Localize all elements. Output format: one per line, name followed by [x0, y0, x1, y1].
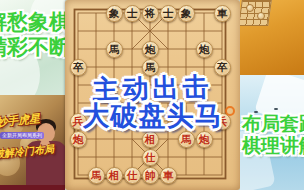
- piece-black-卒: 卒: [70, 59, 87, 76]
- piece-red-兵: 兵: [70, 113, 87, 130]
- piece-black-馬: 馬: [106, 41, 123, 58]
- mini-piece: [246, 4, 254, 12]
- footer-line2: 棋理讲解: [242, 133, 304, 159]
- piece-black-炮: 炮: [142, 41, 159, 58]
- piece-black-炮: 炮: [196, 41, 213, 58]
- caption-band: 全新开局布局系列: [0, 132, 44, 139]
- piece-red-帥: 帥: [142, 167, 159, 184]
- piece-red-炮: 炮: [196, 131, 213, 148]
- piece-black-車: 車: [214, 5, 231, 22]
- river-label-right: 漢界: [182, 89, 210, 103]
- piece-black-士: 士: [124, 5, 141, 22]
- piece-black-馬: 馬: [142, 59, 159, 76]
- piece-black-将: 将: [142, 5, 159, 22]
- piece-red-仕: 仕: [142, 149, 159, 166]
- piece-red-相: 相: [142, 131, 159, 148]
- mini-piece: [257, 12, 265, 20]
- panel-top-left: 解愁象棋 精彩不断: [0, 0, 65, 95]
- bird: [274, 108, 278, 110]
- caption-title: 妙手虎星: [0, 111, 41, 130]
- panel-bottom-right: 布局套路 棋理讲解: [240, 75, 304, 190]
- channel-title-line1: 解愁象棋: [0, 8, 65, 36]
- panel-top-right: 中国 大破各种象棋飞刀 象棋飞刀 开局陷阱大升级: [240, 0, 304, 75]
- piece-red-相: 相: [106, 167, 123, 184]
- bottom-strip: [0, 185, 65, 190]
- piece-black-卒: 卒: [214, 59, 231, 76]
- mini-chessboard: [240, 0, 272, 26]
- piece-black-象: 象: [178, 5, 195, 22]
- last-move-marker: [225, 106, 235, 116]
- piece-black-士: 士: [160, 5, 177, 22]
- piece-black-象: 象: [106, 5, 123, 22]
- panel-bottom-left: 妙手虎星 全新开局布局系列 破解冷门布局: [0, 95, 65, 190]
- piece-red-馬: 馬: [178, 131, 195, 148]
- piece-red-馬: 馬: [88, 167, 105, 184]
- river-label: 楚河 漢界: [65, 89, 240, 103]
- river-label-left: 楚河: [95, 89, 123, 103]
- piece-red-炮: 炮: [70, 131, 87, 148]
- video-thumbnail: 解愁象棋 精彩不断 妙手虎星 全新开局布局系列 破解冷门布局: [0, 0, 304, 190]
- xiangqi-board: 楚河 漢界 象士将士象車馬炮炮卒馬卒兵兵炮相馬炮仕馬相仕帥車: [65, 0, 240, 190]
- piece-red-車: 車: [160, 167, 177, 184]
- piece-red-仕: 仕: [124, 167, 141, 184]
- channel-title-line2: 精彩不断: [0, 33, 65, 61]
